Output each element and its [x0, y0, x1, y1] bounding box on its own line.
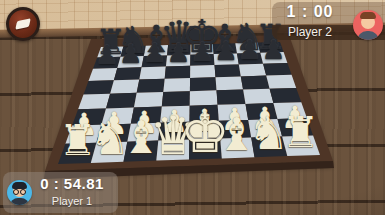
square-e5[interactable] [190, 77, 217, 91]
avatar-hair [360, 12, 376, 19]
square-d5[interactable] [163, 78, 190, 92]
square-c5[interactable] [137, 79, 165, 93]
square-g5[interactable] [241, 76, 270, 90]
square-h5[interactable] [266, 75, 296, 89]
piece-black-pawn-d7[interactable]: ♟ [166, 40, 190, 67]
avatar-glasses [13, 189, 26, 195]
player2-clock: 1 : 00 [272, 3, 348, 21]
player1-name: Player 1 [29, 195, 115, 207]
player1-panel: 0 : 54.81 Player 1 [3, 172, 118, 213]
game-scene: ♜♞♝♛♚♝♞♜♟♟♟♟♟♟♟♟♟♟♟♟♟♟♟♟♜♞♝♛♚♝♞♜ 1 : 00 … [0, 0, 385, 215]
player2-avatar [353, 10, 383, 40]
square-f5[interactable] [216, 76, 244, 90]
square-a5[interactable] [84, 80, 114, 94]
square-f6[interactable] [215, 64, 241, 77]
piece-black-pawn-e7[interactable]: ♟ [190, 39, 214, 66]
avatar-hair [12, 182, 27, 189]
piece-black-pawn-h7[interactable]: ♟ [262, 37, 286, 64]
square-b5[interactable] [110, 80, 139, 94]
piece-black-pawn-g7[interactable]: ♟ [238, 38, 262, 65]
player2-name: Player 2 [272, 25, 348, 40]
player2-panel: 1 : 00 Player 2 [272, 2, 385, 40]
board-view-button[interactable] [6, 7, 40, 41]
tilted-board-icon [15, 18, 31, 29]
piece-black-pawn-b7[interactable]: ♟ [119, 41, 143, 68]
square-c6[interactable] [139, 67, 166, 80]
piece-black-pawn-a7[interactable]: ♟ [95, 42, 119, 69]
player1-clock: 0 : 54.81 [29, 175, 115, 192]
square-g6[interactable] [239, 64, 266, 77]
avatar-shirt [10, 198, 29, 205]
piece-black-pawn-c7[interactable]: ♟ [143, 40, 167, 67]
square-a6[interactable] [89, 68, 118, 81]
piece-black-pawn-f7[interactable]: ♟ [214, 38, 238, 65]
piece-white-rook-h1[interactable]: ♜ [282, 112, 320, 154]
square-d6[interactable] [165, 66, 191, 79]
square-e6[interactable] [190, 65, 215, 78]
